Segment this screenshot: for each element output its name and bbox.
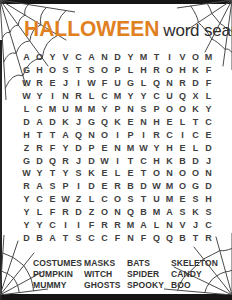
grid-cell-r6c13[interactable]: L (176, 115, 189, 128)
grid-cell-r6c9[interactable]: E (124, 115, 137, 128)
grid-cell-r2c6[interactable]: S (85, 64, 98, 77)
grid-cell-r3c9[interactable]: G (124, 77, 137, 90)
grid-cell-r4c3[interactable]: I (46, 90, 59, 103)
grid-cell-r5c8[interactable]: P (111, 103, 124, 116)
grid-cell-r12c10[interactable]: T (137, 193, 150, 206)
grid-cell-r6c2[interactable]: A (33, 115, 46, 128)
grid-cell-r7c14[interactable]: C (189, 128, 202, 141)
word-list-column-2: MASKSWITCHGHOSTS (84, 258, 121, 291)
grid-cell-r13c5[interactable]: D (72, 206, 85, 219)
grid-cell-r4c7[interactable]: C (98, 90, 111, 103)
grid-cell-r13c12[interactable]: A (163, 206, 176, 219)
grid-cell-r7c7[interactable]: O (98, 128, 111, 141)
grid-cell-r6c6[interactable]: G (85, 115, 98, 128)
grid-cell-r10c6[interactable]: K (85, 167, 98, 180)
grid-cell-r3c11[interactable]: Q (150, 77, 163, 90)
grid-cell-r14c7[interactable]: R (98, 219, 111, 232)
grid-cell-r13c4[interactable]: R (59, 206, 72, 219)
grid-cell-r8c12[interactable]: H (163, 141, 176, 154)
grid-cell-r15c15[interactable]: R (202, 231, 215, 244)
grid-cell-r1c15[interactable]: M (202, 51, 215, 64)
grid-cell-r6c7[interactable]: Q (98, 115, 111, 128)
grid-cell-r3c7[interactable]: F (98, 77, 111, 90)
grid-cell-r13c3[interactable]: F (46, 206, 59, 219)
grid-cell-r9c6[interactable]: D (85, 154, 98, 167)
grid-cell-r13c13[interactable]: S (176, 206, 189, 219)
grid-cell-r1c6[interactable]: A (85, 51, 98, 64)
grid-cell-r12c11[interactable]: U (150, 193, 163, 206)
top-border (0, 0, 232, 4)
grid-cell-r2c7[interactable]: O (98, 64, 111, 77)
grid-cell-r8c8[interactable]: N (111, 141, 124, 154)
title-halloween: HALLOWEEN (24, 15, 159, 41)
grid-cell-r8c7[interactable]: E (98, 141, 111, 154)
grid-cell-r7c6[interactable]: N (85, 128, 98, 141)
grid-cell-r9c3[interactable]: Q (46, 154, 59, 167)
grid-cell-r3c14[interactable]: D (189, 77, 202, 90)
grid-cell-r3c5[interactable]: I (72, 77, 85, 90)
grid-cell-r9c5[interactable]: J (72, 154, 85, 167)
grid-cell-r10c2[interactable]: Y (33, 167, 46, 180)
grid-cell-r5c2[interactable]: C (33, 103, 46, 116)
grid-cell-r8c3[interactable]: F (46, 141, 59, 154)
grid-cell-r6c8[interactable]: K (111, 115, 124, 128)
bottom-border (0, 294, 232, 300)
grid-cell-r5c9[interactable]: N (124, 103, 137, 116)
grid-cell-r11c12[interactable]: M (163, 180, 176, 193)
grid-cell-r9c11[interactable]: H (150, 154, 163, 167)
grid-cell-r14c3[interactable]: C (46, 219, 59, 232)
grid-cell-r8c4[interactable]: Y (59, 141, 72, 154)
grid-cell-r15c10[interactable]: F (137, 231, 150, 244)
grid-cell-r12c12[interactable]: M (163, 193, 176, 206)
grid-cell-r6c14[interactable]: T (189, 115, 202, 128)
grid-cell-r5c3[interactable]: M (46, 103, 59, 116)
grid-cell-r10c5[interactable]: S (72, 167, 85, 180)
grid-cell-r2c15[interactable]: F (202, 64, 215, 77)
grid-cell-r10c1[interactable]: W (20, 167, 33, 180)
grid-cell-r3c8[interactable]: U (111, 77, 124, 90)
grid-cell-r1c10[interactable]: M (137, 51, 150, 64)
grid-cell-r13c2[interactable]: L (33, 206, 46, 219)
grid-cell-r7c5[interactable]: Q (72, 128, 85, 141)
grid-cell-r5c1[interactable]: L (20, 103, 33, 116)
grid-cell-r14c14[interactable]: J (189, 219, 202, 232)
grid-cell-r11c2[interactable]: A (33, 180, 46, 193)
grid-cell-r1c5[interactable]: C (72, 51, 85, 64)
grid-cell-r10c8[interactable]: L (111, 167, 124, 180)
grid-cell-r12c15[interactable]: H (202, 193, 215, 206)
grid-cell-r3c4[interactable]: J (59, 77, 72, 90)
grid-cell-r5c13[interactable]: O (176, 103, 189, 116)
title-word-search: word search (163, 21, 232, 41)
grid-cell-r12c1[interactable]: Y (20, 193, 33, 206)
grid-cell-r1c12[interactable]: I (163, 51, 176, 64)
grid-cell-r2c11[interactable]: R (150, 64, 163, 77)
word-item: BOO (171, 280, 218, 291)
grid-cell-r1c8[interactable]: D (111, 51, 124, 64)
grid-cell-r10c11[interactable]: O (150, 167, 163, 180)
grid-cell-r7c8[interactable]: I (111, 128, 124, 141)
grid-cell-r6c1[interactable]: D (20, 115, 33, 128)
grid-cell-r11c8[interactable]: R (111, 180, 124, 193)
grid-cell-r11c5[interactable]: I (72, 180, 85, 193)
grid-cell-r15c9[interactable]: N (124, 231, 137, 244)
grid-cell-r9c8[interactable]: I (111, 154, 124, 167)
grid-cell-r12c14[interactable]: S (189, 193, 202, 206)
grid-cell-r5c7[interactable]: Y (98, 103, 111, 116)
grid-cell-r9c15[interactable]: J (202, 154, 215, 167)
page-title: HALLOWEEN word search (24, 17, 228, 41)
grid-cell-r10c15[interactable]: N (202, 167, 215, 180)
grid-cell-r14c15[interactable]: C (202, 219, 215, 232)
grid-cell-r4c11[interactable]: C (150, 90, 163, 103)
grid-cell-r15c14[interactable]: T (189, 231, 202, 244)
grid-cell-r6c3[interactable]: D (46, 115, 59, 128)
page-edge-shadow (0, 40, 2, 300)
grid-cell-r14c1[interactable]: Y (20, 219, 33, 232)
grid-cell-r9c14[interactable]: D (189, 154, 202, 167)
grid-cell-r6c15[interactable]: C (202, 115, 215, 128)
grid-cell-r11c10[interactable]: D (137, 180, 150, 193)
grid-cell-r8c13[interactable]: E (176, 141, 189, 154)
grid-cell-r11c11[interactable]: W (150, 180, 163, 193)
grid-cell-r3c13[interactable]: R (176, 77, 189, 90)
grid-cell-r8c11[interactable]: Y (150, 141, 163, 154)
word-item: CANDY (171, 269, 218, 280)
grid-cell-r9c1[interactable]: G (20, 154, 33, 167)
grid-cell-r6c12[interactable]: E (163, 115, 176, 128)
grid-cell-r2c1[interactable]: G (20, 64, 33, 77)
grid-cell-r5c6[interactable]: M (85, 103, 98, 116)
grid-cell-r8c6[interactable]: P (85, 141, 98, 154)
grid-cell-r13c7[interactable]: O (98, 206, 111, 219)
grid-cell-r12c7[interactable]: C (98, 193, 111, 206)
grid-cell-r12c3[interactable]: E (46, 193, 59, 206)
grid-cell-r9c2[interactable]: D (33, 154, 46, 167)
grid-cell-r4c1[interactable]: W (20, 90, 33, 103)
grid-cell-r15c11[interactable]: Q (150, 231, 163, 244)
grid-cell-r12c9[interactable]: S (124, 193, 137, 206)
grid-cell-r3c10[interactable]: L (137, 77, 150, 90)
grid-cell-r7c10[interactable]: I (137, 128, 150, 141)
grid-cell-r1c9[interactable]: Y (124, 51, 137, 64)
word-item: PUMPKIN (33, 269, 82, 280)
grid-cell-r4c6[interactable]: L (85, 90, 98, 103)
worksheet-page: HALLOWEEN word search AOYVCANDYMTIVOMGHO… (0, 0, 232, 300)
grid-cell-r3c2[interactable]: R (33, 77, 46, 90)
word-item: SPIDER (127, 269, 164, 280)
grid-cell-r15c4[interactable]: T (59, 231, 72, 244)
grid-cell-r7c1[interactable]: H (20, 128, 33, 141)
grid-cell-r14c4[interactable]: I (59, 219, 72, 232)
grid-cell-r5c15[interactable]: Y (202, 103, 215, 116)
grid-cell-r4c14[interactable]: X (189, 90, 202, 103)
grid-cell-r13c9[interactable]: Q (124, 206, 137, 219)
grid-cell-r8c5[interactable]: D (72, 141, 85, 154)
grid-cell-r13c1[interactable]: Y (20, 206, 33, 219)
grid-cell-r15c7[interactable]: C (98, 231, 111, 244)
grid-cell-r14c5[interactable]: I (72, 219, 85, 232)
grid-cell-r7c2[interactable]: T (33, 128, 46, 141)
letter-grid: AOYVCANDYMTIVOMGHOSTSOPLHROHKFWREJIWFUGL… (20, 51, 215, 244)
word-list-column-4: SKELETONCANDYBOO (171, 258, 218, 291)
grid-cell-r7c3[interactable]: T (46, 128, 59, 141)
grid-cell-r1c1[interactable]: A (20, 51, 33, 64)
grid-cell-r11c3[interactable]: S (46, 180, 59, 193)
grid-cell-r1c14[interactable]: O (189, 51, 202, 64)
grid-cell-r15c12[interactable]: Q (163, 231, 176, 244)
grid-cell-r2c5[interactable]: T (72, 64, 85, 77)
grid-cell-r14c10[interactable]: A (137, 219, 150, 232)
grid-cell-r13c15[interactable]: S (202, 206, 215, 219)
grid-cell-r11c4[interactable]: P (59, 180, 72, 193)
grid-cell-r3c1[interactable]: W (20, 77, 33, 90)
word-item: WITCH (84, 269, 121, 280)
grid-cell-r2c13[interactable]: H (176, 64, 189, 77)
grid-cell-r14c2[interactable]: Y (33, 219, 46, 232)
grid-cell-r14c11[interactable]: L (150, 219, 163, 232)
grid-cell-r4c8[interactable]: M (111, 90, 124, 103)
grid-cell-r2c9[interactable]: L (124, 64, 137, 77)
grid-cell-r2c10[interactable]: H (137, 64, 150, 77)
grid-cell-r2c3[interactable]: O (46, 64, 59, 77)
grid-cell-r4c5[interactable]: R (72, 90, 85, 103)
grid-cell-r14c9[interactable]: M (124, 219, 137, 232)
word-item: SPOOKY (127, 280, 164, 291)
grid-cell-r10c4[interactable]: Y (59, 167, 72, 180)
grid-cell-r13c14[interactable]: K (189, 206, 202, 219)
grid-cell-r9c13[interactable]: B (176, 154, 189, 167)
word-item: BATS (127, 258, 164, 269)
word-item: MASKS (84, 258, 121, 269)
grid-cell-r1c11[interactable]: T (150, 51, 163, 64)
grid-cell-r10c3[interactable]: T (46, 167, 59, 180)
grid-cell-r8c9[interactable]: M (124, 141, 137, 154)
word-item: COSTUMES (33, 258, 82, 269)
grid-cell-r1c2[interactable]: O (33, 51, 46, 64)
grid-cell-r4c12[interactable]: U (163, 90, 176, 103)
grid-cell-r12c6[interactable]: L (85, 193, 98, 206)
grid-cell-r12c5[interactable]: Z (72, 193, 85, 206)
grid-cell-r3c3[interactable]: E (46, 77, 59, 90)
grid-cell-r9c9[interactable]: T (124, 154, 137, 167)
grid-cell-r15c8[interactable]: F (111, 231, 124, 244)
grid-cell-r1c3[interactable]: Y (46, 51, 59, 64)
grid-cell-r14c13[interactable]: V (176, 219, 189, 232)
grid-cell-r14c8[interactable]: R (111, 219, 124, 232)
grid-cell-r15c13[interactable]: B (176, 231, 189, 244)
grid-cell-r8c15[interactable]: D (202, 141, 215, 154)
grid-cell-r5c14[interactable]: K (189, 103, 202, 116)
grid-cell-r14c6[interactable]: F (85, 219, 98, 232)
grid-cell-r13c8[interactable]: N (111, 206, 124, 219)
word-item: MUMMY (33, 280, 82, 291)
grid-cell-r2c4[interactable]: S (59, 64, 72, 77)
grid-cell-r11c9[interactable]: B (124, 180, 137, 193)
grid-cell-r2c8[interactable]: P (111, 64, 124, 77)
grid-cell-r15c6[interactable]: C (85, 231, 98, 244)
word-item: SKELETON (171, 258, 218, 269)
grid-cell-r12c13[interactable]: E (176, 193, 189, 206)
grid-cell-r13c10[interactable]: B (137, 206, 150, 219)
grid-cell-r2c14[interactable]: K (189, 64, 202, 77)
grid-cell-r1c7[interactable]: N (98, 51, 111, 64)
grid-cell-r10c14[interactable]: O (189, 167, 202, 180)
grid-cell-r9c10[interactable]: C (137, 154, 150, 167)
grid-cell-r6c11[interactable]: H (150, 115, 163, 128)
grid-cell-r5c11[interactable]: P (150, 103, 163, 116)
grid-cell-r12c2[interactable]: C (33, 193, 46, 206)
grid-cell-r11c13[interactable]: O (176, 180, 189, 193)
grid-cell-r6c5[interactable]: J (72, 115, 85, 128)
grid-cell-r12c4[interactable]: W (59, 193, 72, 206)
grid-cell-r9c12[interactable]: K (163, 154, 176, 167)
word-list-column-1: COSTUMESPUMPKINMUMMY (33, 258, 82, 291)
word-list-column-3: BATSSPIDERSPOOKY (127, 258, 164, 291)
grid-cell-r11c7[interactable]: E (98, 180, 111, 193)
grid-cell-r8c2[interactable]: R (33, 141, 46, 154)
grid-cell-r10c7[interactable]: E (98, 167, 111, 180)
grid-cell-r8c14[interactable]: L (189, 141, 202, 154)
grid-cell-r11c15[interactable]: D (202, 180, 215, 193)
grid-cell-r13c6[interactable]: Z (85, 206, 98, 219)
grid-cell-r10c12[interactable]: N (163, 167, 176, 180)
grid-cell-r4c15[interactable]: L (202, 90, 215, 103)
grid-cell-r5c10[interactable]: S (137, 103, 150, 116)
grid-cell-r1c4[interactable]: V (59, 51, 72, 64)
grid-cell-r4c10[interactable]: Y (137, 90, 150, 103)
grid-cell-r4c13[interactable]: Q (176, 90, 189, 103)
grid-cell-r9c7[interactable]: W (98, 154, 111, 167)
grid-cell-r2c2[interactable]: H (33, 64, 46, 77)
grid-cell-r7c9[interactable]: P (124, 128, 137, 141)
grid-cell-r8c1[interactable]: Z (20, 141, 33, 154)
grid-cell-r10c13[interactable]: O (176, 167, 189, 180)
grid-cell-r7c13[interactable]: I (176, 128, 189, 141)
grid-cell-r3c6[interactable]: W (85, 77, 98, 90)
grid-cell-r5c12[interactable]: O (163, 103, 176, 116)
grid-cell-r10c10[interactable]: T (137, 167, 150, 180)
grid-cell-r11c14[interactable]: G (189, 180, 202, 193)
grid-cell-r3c12[interactable]: N (163, 77, 176, 90)
grid-cell-r6c10[interactable]: N (137, 115, 150, 128)
grid-cell-r1c13[interactable]: V (176, 51, 189, 64)
grid-cell-r3c15[interactable]: F (202, 77, 215, 90)
grid-cell-r7c11[interactable]: R (150, 128, 163, 141)
grid-cell-r7c4[interactable]: A (59, 128, 72, 141)
grid-cell-r6c4[interactable]: K (59, 115, 72, 128)
grid-cell-r9c4[interactable]: R (59, 154, 72, 167)
grid-cell-r14c12[interactable]: N (163, 219, 176, 232)
grid-cell-r10c9[interactable]: E (124, 167, 137, 180)
grid-cell-r15c5[interactable]: S (72, 231, 85, 244)
grid-cell-r11c1[interactable]: R (20, 180, 33, 193)
grid-cell-r12c8[interactable]: O (111, 193, 124, 206)
grid-cell-r4c2[interactable]: Y (33, 90, 46, 103)
grid-cell-r13c11[interactable]: M (150, 206, 163, 219)
grid-cell-r15c3[interactable]: A (46, 231, 59, 244)
grid-cell-r4c9[interactable]: Y (124, 90, 137, 103)
grid-cell-r11c6[interactable]: D (85, 180, 98, 193)
grid-cell-r5c4[interactable]: U (59, 103, 72, 116)
grid-cell-r4c4[interactable]: N (59, 90, 72, 103)
word-item: GHOSTS (84, 280, 121, 291)
grid-cell-r7c12[interactable]: C (163, 128, 176, 141)
grid-cell-r15c1[interactable]: D (20, 231, 33, 244)
grid-cell-r8c10[interactable]: W (137, 141, 150, 154)
grid-cell-r15c2[interactable]: B (33, 231, 46, 244)
grid-cell-r7c15[interactable]: E (202, 128, 215, 141)
grid-cell-r5c5[interactable]: M (72, 103, 85, 116)
grid-cell-r2c12[interactable]: O (163, 64, 176, 77)
